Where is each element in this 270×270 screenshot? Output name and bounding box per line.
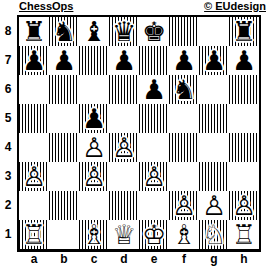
square-g1[interactable]: ♘ [199,220,229,249]
square-a2[interactable] [19,191,49,220]
square-h6[interactable] [229,75,259,104]
piece-white-pawn: ♙ [232,191,256,220]
square-c8[interactable]: ♝ [79,17,109,46]
piece-white-king: ♔ [142,220,166,249]
square-d5[interactable] [109,104,139,133]
piece-black-bishop: ♝ [82,17,106,46]
piece-black-pawn: ♟ [22,46,46,75]
piece-white-pawn: ♙ [112,133,136,162]
piece-white-rook: ♖ [232,220,256,249]
square-h5[interactable] [229,104,259,133]
square-d3[interactable] [109,162,139,191]
file-label-d: d [109,252,139,267]
app-title-link[interactable]: ChessOps [19,0,73,13]
piece-black-pawn: ♟ [82,104,106,133]
square-g5[interactable] [199,104,229,133]
chessops-diagram-window: ChessOps © EUdesign 87654321 ♜♞♝♛♚♜♟♟♟♟♟… [0,0,270,270]
square-c3[interactable]: ♙ [79,162,109,191]
piece-black-pawn: ♟ [202,46,226,75]
square-b6[interactable] [49,75,79,104]
piece-black-queen: ♛ [112,17,136,46]
rank-label-4: 4 [0,133,16,162]
rank-labels: 87654321 [0,17,16,249]
square-d6[interactable] [109,75,139,104]
file-label-e: e [139,252,169,267]
rank-label-6: 6 [0,75,16,104]
piece-black-pawn: ♟ [112,46,136,75]
square-f4[interactable] [169,133,199,162]
file-label-c: c [79,252,109,267]
square-e3[interactable]: ♙ [139,162,169,191]
square-a5[interactable] [19,104,49,133]
square-a1[interactable]: ♖ [19,220,49,249]
square-a3[interactable]: ♙ [19,162,49,191]
piece-white-pawn: ♙ [22,162,46,191]
square-g6[interactable] [199,75,229,104]
square-e2[interactable] [139,191,169,220]
square-b4[interactable] [49,133,79,162]
piece-black-king: ♚ [142,17,166,46]
piece-white-pawn: ♙ [202,191,226,220]
file-label-h: h [229,252,259,267]
square-a8[interactable]: ♜ [19,17,49,46]
piece-black-pawn: ♟ [232,46,256,75]
square-d4[interactable]: ♙ [109,133,139,162]
piece-white-knight: ♘ [202,220,226,249]
square-f3[interactable] [169,162,199,191]
square-f2[interactable]: ♙ [169,191,199,220]
piece-black-rook: ♜ [22,17,46,46]
piece-black-pawn: ♟ [172,46,196,75]
square-a6[interactable] [19,75,49,104]
square-d7[interactable]: ♟ [109,46,139,75]
square-e7[interactable] [139,46,169,75]
square-b1[interactable] [49,220,79,249]
file-label-g: g [199,252,229,267]
file-label-a: a [19,252,49,267]
square-c2[interactable] [79,191,109,220]
square-a7[interactable]: ♟ [19,46,49,75]
square-h2[interactable]: ♙ [229,191,259,220]
square-h8[interactable]: ♜ [229,17,259,46]
piece-black-knight: ♞ [172,75,196,104]
square-b8[interactable]: ♞ [49,17,79,46]
square-c1[interactable]: ♗ [79,220,109,249]
square-e8[interactable]: ♚ [139,17,169,46]
chess-board: ♜♞♝♛♚♜♟♟♟♟♟♟♟♞♟♙♙♙♙♙♙♙♙♖♗♕♔♗♘♖ [17,15,261,252]
square-g4[interactable] [199,133,229,162]
square-h1[interactable]: ♖ [229,220,259,249]
square-c5[interactable]: ♟ [79,104,109,133]
square-c6[interactable] [79,75,109,104]
piece-white-bishop: ♗ [82,220,106,249]
square-c7[interactable] [79,46,109,75]
piece-white-pawn: ♙ [82,133,106,162]
square-d1[interactable]: ♕ [109,220,139,249]
square-e5[interactable] [139,104,169,133]
square-f6[interactable]: ♞ [169,75,199,104]
rank-label-8: 8 [0,17,16,46]
square-b5[interactable] [49,104,79,133]
square-g8[interactable] [199,17,229,46]
square-b7[interactable]: ♟ [49,46,79,75]
file-labels: abcdefgh [19,252,259,267]
square-b2[interactable] [49,191,79,220]
rank-label-7: 7 [0,46,16,75]
piece-white-bishop: ♗ [172,220,196,249]
piece-white-queen: ♕ [112,220,136,249]
rank-label-5: 5 [0,104,16,133]
piece-black-rook: ♜ [232,17,256,46]
square-a4[interactable] [19,133,49,162]
rank-label-1: 1 [0,220,16,249]
square-f5[interactable] [169,104,199,133]
piece-black-pawn: ♟ [142,75,166,104]
file-label-f: f [169,252,199,267]
square-d8[interactable]: ♛ [109,17,139,46]
piece-white-pawn: ♙ [82,162,106,191]
piece-black-pawn: ♟ [52,46,76,75]
square-h3[interactable] [229,162,259,191]
square-g2[interactable]: ♙ [199,191,229,220]
square-d2[interactable] [109,191,139,220]
square-g3[interactable] [199,162,229,191]
rank-label-2: 2 [0,191,16,220]
piece-white-pawn: ♙ [142,162,166,191]
rank-label-3: 3 [0,162,16,191]
piece-white-rook: ♖ [22,220,46,249]
square-f1[interactable]: ♗ [169,220,199,249]
square-h7[interactable]: ♟ [229,46,259,75]
square-e4[interactable] [139,133,169,162]
square-e1[interactable]: ♔ [139,220,169,249]
file-label-b: b [49,252,79,267]
square-c4[interactable]: ♙ [79,133,109,162]
square-f8[interactable] [169,17,199,46]
square-b3[interactable] [49,162,79,191]
piece-black-knight: ♞ [52,17,76,46]
square-e6[interactable]: ♟ [139,75,169,104]
square-f7[interactable]: ♟ [169,46,199,75]
square-h4[interactable] [229,133,259,162]
piece-white-pawn: ♙ [172,191,196,220]
credit-link[interactable]: © EUdesign [204,0,266,13]
header: ChessOps © EUdesign [19,0,266,14]
square-g7[interactable]: ♟ [199,46,229,75]
